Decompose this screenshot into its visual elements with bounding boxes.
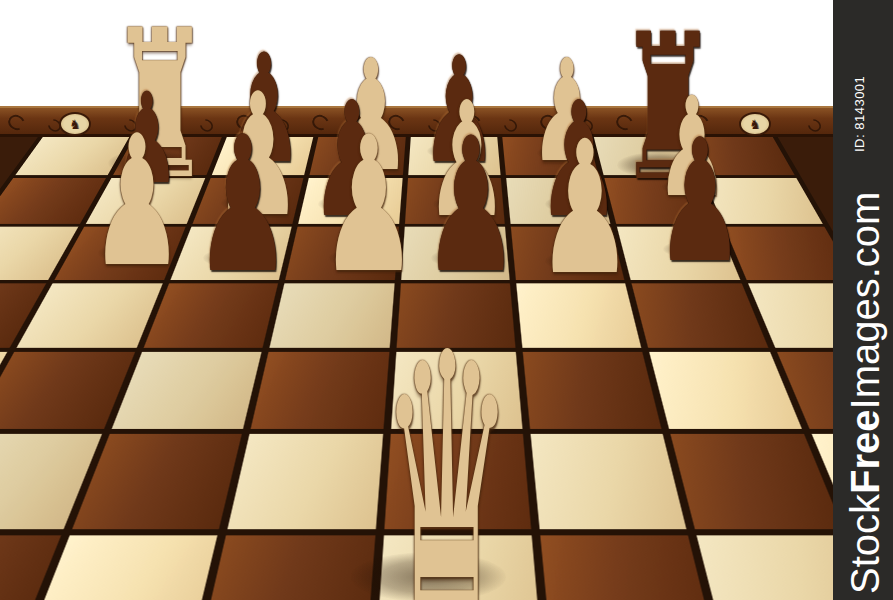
piece-dark-pawn-e6[interactable]: ♟ bbox=[422, 113, 520, 299]
square-d3[interactable] bbox=[228, 434, 383, 530]
square-f2[interactable] bbox=[540, 536, 719, 600]
square-c4[interactable] bbox=[111, 351, 261, 428]
piece-light-queen-e2[interactable]: ♛ bbox=[380, 308, 514, 600]
piece-dark-pawn-c6[interactable]: ♟ bbox=[194, 112, 293, 299]
piece-light-pawn-d6[interactable]: ♟ bbox=[320, 112, 419, 299]
knight-medallion-icon: ♞ bbox=[59, 112, 91, 136]
square-c3[interactable] bbox=[72, 434, 242, 530]
watermark-site-stock: Stock bbox=[843, 494, 887, 594]
watermark-site-free: Free bbox=[843, 409, 887, 494]
square-g3[interactable] bbox=[671, 434, 833, 530]
watermark-site-images: Images.com bbox=[843, 192, 887, 410]
piece-light-pawn-f6[interactable]: ♟ bbox=[537, 118, 634, 302]
stock-photo-page: ♞♞ ♟♟♟♟♜♜♟♟♟♟♟♟♟♟♟♟♟♟♛ ID: 8143001 Stock… bbox=[0, 0, 893, 600]
square-g2[interactable] bbox=[697, 536, 833, 600]
carved-scroll-ornament bbox=[805, 117, 823, 135]
watermark-site-label: StockFreeImages.com bbox=[838, 164, 893, 600]
watermark-bar: ID: 8143001 StockFreeImages.com bbox=[833, 0, 893, 600]
watermark-id-label: ID: 8143001 bbox=[847, 20, 873, 152]
chess-photo: ♞♞ ♟♟♟♟♜♜♟♟♟♟♟♟♟♟♟♟♟♟♛ bbox=[0, 0, 833, 600]
carved-scroll-ornament bbox=[6, 112, 28, 133]
piece-light-pawn-b6[interactable]: ♟ bbox=[89, 112, 184, 292]
square-f4[interactable] bbox=[523, 351, 662, 428]
piece-dark-pawn-g6[interactable]: ♟ bbox=[655, 117, 744, 287]
square-d4[interactable] bbox=[251, 351, 389, 428]
square-d2[interactable] bbox=[198, 536, 374, 600]
square-f3[interactable] bbox=[530, 434, 687, 530]
square-g4[interactable] bbox=[649, 351, 801, 428]
